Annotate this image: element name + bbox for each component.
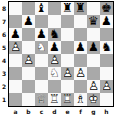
square-b1[interactable]	[22, 93, 35, 106]
white-rook[interactable]: ♜♖	[61, 93, 74, 106]
file-label-g: g	[87, 107, 100, 115]
square-g1[interactable]: ♚♔	[87, 93, 100, 106]
white-pawn[interactable]: ♟♙	[61, 67, 74, 80]
square-a5[interactable]: ♟♙	[9, 41, 22, 54]
square-d8[interactable]	[48, 2, 61, 15]
square-b2[interactable]	[22, 80, 35, 93]
square-d3[interactable]: ♞♘	[48, 67, 61, 80]
square-h4[interactable]	[100, 54, 113, 67]
piece-glyph: ♟	[23, 15, 34, 28]
square-c4[interactable]	[35, 54, 48, 67]
black-pawn[interactable]: ♟	[87, 41, 100, 54]
square-e8[interactable]: ♜	[61, 2, 74, 15]
black-knight[interactable]: ♞	[100, 41, 113, 54]
black-queen[interactable]: ♛	[87, 15, 100, 28]
square-d1[interactable]: ♜♖	[48, 93, 61, 106]
square-a8[interactable]	[9, 2, 22, 15]
file-labels: abcdefgh	[9, 107, 113, 115]
white-pawn[interactable]: ♟♙	[100, 80, 113, 93]
file-label-d: d	[48, 107, 61, 115]
piece-glyph: ♝	[36, 2, 47, 15]
square-a2[interactable]	[9, 80, 22, 93]
square-a1[interactable]	[9, 93, 22, 106]
square-b6[interactable]	[22, 28, 35, 41]
piece-glyph: ♙	[62, 67, 73, 80]
piece-glyph: ♘	[36, 41, 47, 54]
piece-glyph: ♔	[88, 93, 99, 106]
white-knight[interactable]: ♞♘	[35, 41, 48, 54]
piece-glyph: ♙	[10, 41, 21, 54]
rank-label-4: 4	[0, 54, 8, 67]
square-h5[interactable]: ♞	[100, 41, 113, 54]
square-f5[interactable]: ♟	[74, 41, 87, 54]
piece-glyph: ♜	[75, 2, 86, 15]
white-pawn[interactable]: ♟♙	[74, 67, 87, 80]
white-rook[interactable]: ♜♖	[48, 93, 61, 106]
white-bishop[interactable]: ♝♗	[74, 93, 87, 106]
square-h2[interactable]: ♟♙	[100, 80, 113, 93]
square-c1[interactable]: ♛♕	[35, 93, 48, 106]
square-f7[interactable]	[74, 15, 87, 28]
piece-glyph: ♖	[49, 93, 60, 106]
chess-board: ♝♜♜♚♟♛♟♟♟♞♟♙♞♘♟♟♟♞♟♙♟♙♞♘♟♙♟♙♟♙♟♙♛♕♜♖♜♖♝♗…	[8, 1, 114, 107]
square-h1[interactable]	[100, 93, 113, 106]
black-pawn[interactable]: ♟	[22, 15, 35, 28]
piece-glyph: ♘	[49, 67, 60, 80]
square-e6[interactable]	[61, 28, 74, 41]
square-f3[interactable]: ♟♙	[74, 67, 87, 80]
rank-label-5: 5	[0, 41, 8, 54]
rank-label-7: 7	[0, 15, 8, 28]
black-rook[interactable]: ♜	[61, 2, 74, 15]
square-f8[interactable]: ♜	[74, 2, 87, 15]
rank-label-1: 1	[0, 93, 8, 106]
file-label-f: f	[74, 107, 87, 115]
rank-label-2: 2	[0, 80, 8, 93]
piece-glyph: ♙	[23, 54, 34, 67]
square-e1[interactable]: ♜♖	[61, 93, 74, 106]
rank-labels: 87654321	[0, 2, 8, 106]
square-e5[interactable]	[61, 41, 74, 54]
square-e7[interactable]	[61, 15, 74, 28]
piece-glyph: ♙	[101, 80, 112, 93]
square-c3[interactable]	[35, 67, 48, 80]
file-label-b: b	[22, 107, 35, 115]
square-e3[interactable]: ♟♙	[61, 67, 74, 80]
square-b4[interactable]: ♟♙	[22, 54, 35, 67]
square-h7[interactable]: ♟	[100, 15, 113, 28]
square-f1[interactable]: ♝♗	[74, 93, 87, 106]
white-knight[interactable]: ♞♘	[48, 67, 61, 80]
square-a4[interactable]	[9, 54, 22, 67]
rank-label-8: 8	[0, 2, 8, 15]
piece-glyph: ♞	[101, 41, 112, 54]
piece-glyph: ♟	[75, 41, 86, 54]
piece-glyph: ♕	[36, 93, 47, 106]
white-queen[interactable]: ♛♕	[35, 93, 48, 106]
file-label-c: c	[35, 107, 48, 115]
rank-label-6: 6	[0, 28, 8, 41]
rank-label-3: 3	[0, 67, 8, 80]
piece-glyph: ♜	[62, 2, 73, 15]
piece-glyph: ♙	[75, 67, 86, 80]
white-pawn[interactable]: ♟♙	[22, 54, 35, 67]
file-label-h: h	[100, 107, 113, 115]
piece-glyph: ♟	[88, 41, 99, 54]
black-rook[interactable]: ♜	[74, 2, 87, 15]
file-label-e: e	[61, 107, 74, 115]
square-g5[interactable]: ♟	[87, 41, 100, 54]
square-c8[interactable]: ♝	[35, 2, 48, 15]
square-b7[interactable]: ♟	[22, 15, 35, 28]
square-a3[interactable]	[9, 67, 22, 80]
square-g4[interactable]	[87, 54, 100, 67]
piece-glyph: ♛	[88, 15, 99, 28]
square-g7[interactable]: ♛	[87, 15, 100, 28]
piece-glyph: ♖	[62, 93, 73, 106]
piece-glyph: ♟	[101, 15, 112, 28]
black-pawn[interactable]: ♟	[74, 41, 87, 54]
square-b3[interactable]	[22, 67, 35, 80]
square-c5[interactable]: ♞♘	[35, 41, 48, 54]
black-pawn[interactable]: ♟	[100, 15, 113, 28]
piece-glyph: ♗	[75, 93, 86, 106]
white-pawn[interactable]: ♟♙	[9, 41, 22, 54]
black-bishop[interactable]: ♝	[35, 2, 48, 15]
white-king[interactable]: ♚♔	[87, 93, 100, 106]
chess-diagram: 87654321 ♝♜♜♚♟♛♟♟♟♞♟♙♞♘♟♟♟♞♟♙♟♙♞♘♟♙♟♙♟♙♟…	[0, 0, 115, 115]
file-label-a: a	[9, 107, 22, 115]
